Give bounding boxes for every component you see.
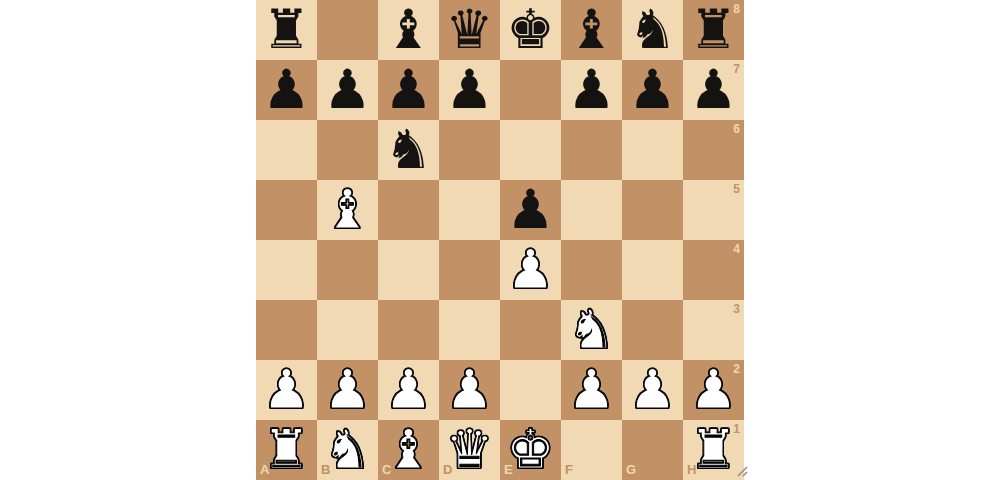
square-h8[interactable]: 8♜ xyxy=(683,0,744,60)
coord-file-f: F xyxy=(565,462,573,477)
square-f4[interactable] xyxy=(561,240,622,300)
square-d8[interactable]: ♛ xyxy=(439,0,500,60)
black-pawn[interactable]: ♟ xyxy=(256,60,317,120)
square-g8[interactable]: ♞ xyxy=(622,0,683,60)
white-pawn[interactable]: ♟ xyxy=(378,360,439,420)
square-d5[interactable] xyxy=(439,180,500,240)
white-pawn[interactable]: ♟ xyxy=(683,360,744,420)
square-e5[interactable]: ♟ xyxy=(500,180,561,240)
coord-rank-6: 6 xyxy=(733,122,740,136)
board-container: ♜♝♛♚♝♞8♜♟♟♟♟♟♟7♟♞6♝♟5♟4♞3♟♟♟♟♟♟2♟A♜B♞C♝D… xyxy=(256,0,744,480)
black-bishop[interactable]: ♝ xyxy=(378,0,439,60)
square-e3[interactable] xyxy=(500,300,561,360)
square-f3[interactable]: ♞ xyxy=(561,300,622,360)
square-f6[interactable] xyxy=(561,120,622,180)
black-pawn[interactable]: ♟ xyxy=(622,60,683,120)
square-b3[interactable] xyxy=(317,300,378,360)
white-pawn[interactable]: ♟ xyxy=(256,360,317,420)
square-f2[interactable]: ♟ xyxy=(561,360,622,420)
square-b6[interactable] xyxy=(317,120,378,180)
black-pawn[interactable]: ♟ xyxy=(561,60,622,120)
white-pawn[interactable]: ♟ xyxy=(317,360,378,420)
black-knight[interactable]: ♞ xyxy=(622,0,683,60)
black-pawn[interactable]: ♟ xyxy=(500,180,561,240)
white-pawn[interactable]: ♟ xyxy=(439,360,500,420)
coord-file-g: G xyxy=(626,462,636,477)
square-a7[interactable]: ♟ xyxy=(256,60,317,120)
square-b1[interactable]: B♞ xyxy=(317,420,378,480)
page: ♜♝♛♚♝♞8♜♟♟♟♟♟♟7♟♞6♝♟5♟4♞3♟♟♟♟♟♟2♟A♜B♞C♝D… xyxy=(0,0,1000,480)
square-h6[interactable]: 6 xyxy=(683,120,744,180)
black-rook[interactable]: ♜ xyxy=(683,0,744,60)
square-a4[interactable] xyxy=(256,240,317,300)
square-c2[interactable]: ♟ xyxy=(378,360,439,420)
white-bishop[interactable]: ♝ xyxy=(317,180,378,240)
black-king[interactable]: ♚ xyxy=(500,0,561,60)
square-e4[interactable]: ♟ xyxy=(500,240,561,300)
white-knight[interactable]: ♞ xyxy=(317,420,378,480)
square-g3[interactable] xyxy=(622,300,683,360)
white-king[interactable]: ♚ xyxy=(500,420,561,480)
square-c7[interactable]: ♟ xyxy=(378,60,439,120)
square-e7[interactable] xyxy=(500,60,561,120)
square-f8[interactable]: ♝ xyxy=(561,0,622,60)
square-a6[interactable] xyxy=(256,120,317,180)
square-a2[interactable]: ♟ xyxy=(256,360,317,420)
white-pawn[interactable]: ♟ xyxy=(500,240,561,300)
square-a5[interactable] xyxy=(256,180,317,240)
board-resize-handle[interactable] xyxy=(735,463,748,476)
square-g7[interactable]: ♟ xyxy=(622,60,683,120)
square-h2[interactable]: 2♟ xyxy=(683,360,744,420)
square-e2[interactable] xyxy=(500,360,561,420)
square-d6[interactable] xyxy=(439,120,500,180)
square-d4[interactable] xyxy=(439,240,500,300)
square-c3[interactable] xyxy=(378,300,439,360)
square-h5[interactable]: 5 xyxy=(683,180,744,240)
square-a8[interactable]: ♜ xyxy=(256,0,317,60)
square-e8[interactable]: ♚ xyxy=(500,0,561,60)
square-d7[interactable]: ♟ xyxy=(439,60,500,120)
black-queen[interactable]: ♛ xyxy=(439,0,500,60)
white-pawn[interactable]: ♟ xyxy=(622,360,683,420)
square-g5[interactable] xyxy=(622,180,683,240)
square-f1[interactable]: F xyxy=(561,420,622,480)
square-e1[interactable]: E♚ xyxy=(500,420,561,480)
black-pawn[interactable]: ♟ xyxy=(317,60,378,120)
square-d3[interactable] xyxy=(439,300,500,360)
white-pawn[interactable]: ♟ xyxy=(561,360,622,420)
square-h4[interactable]: 4 xyxy=(683,240,744,300)
square-a1[interactable]: A♜ xyxy=(256,420,317,480)
square-b4[interactable] xyxy=(317,240,378,300)
square-f5[interactable] xyxy=(561,180,622,240)
square-e6[interactable] xyxy=(500,120,561,180)
square-d1[interactable]: D♛ xyxy=(439,420,500,480)
square-c6[interactable]: ♞ xyxy=(378,120,439,180)
black-bishop[interactable]: ♝ xyxy=(561,0,622,60)
square-g2[interactable]: ♟ xyxy=(622,360,683,420)
square-b7[interactable]: ♟ xyxy=(317,60,378,120)
black-pawn[interactable]: ♟ xyxy=(378,60,439,120)
square-b8[interactable] xyxy=(317,0,378,60)
black-pawn[interactable]: ♟ xyxy=(683,60,744,120)
square-b5[interactable]: ♝ xyxy=(317,180,378,240)
square-b2[interactable]: ♟ xyxy=(317,360,378,420)
square-g6[interactable] xyxy=(622,120,683,180)
black-rook[interactable]: ♜ xyxy=(256,0,317,60)
square-c5[interactable] xyxy=(378,180,439,240)
coord-rank-3: 3 xyxy=(733,302,740,316)
square-h3[interactable]: 3 xyxy=(683,300,744,360)
white-bishop[interactable]: ♝ xyxy=(378,420,439,480)
black-pawn[interactable]: ♟ xyxy=(439,60,500,120)
chess-board: ♜♝♛♚♝♞8♜♟♟♟♟♟♟7♟♞6♝♟5♟4♞3♟♟♟♟♟♟2♟A♜B♞C♝D… xyxy=(256,0,744,480)
coord-rank-5: 5 xyxy=(733,182,740,196)
black-knight[interactable]: ♞ xyxy=(378,120,439,180)
square-f7[interactable]: ♟ xyxy=(561,60,622,120)
resize-grip-icon xyxy=(735,464,748,477)
square-h7[interactable]: 7♟ xyxy=(683,60,744,120)
square-c4[interactable] xyxy=(378,240,439,300)
square-a3[interactable] xyxy=(256,300,317,360)
square-c8[interactable]: ♝ xyxy=(378,0,439,60)
square-d2[interactable]: ♟ xyxy=(439,360,500,420)
coord-rank-4: 4 xyxy=(733,242,740,256)
white-knight[interactable]: ♞ xyxy=(561,300,622,360)
square-g1[interactable]: G xyxy=(622,420,683,480)
white-queen[interactable]: ♛ xyxy=(439,420,500,480)
square-c1[interactable]: C♝ xyxy=(378,420,439,480)
square-g4[interactable] xyxy=(622,240,683,300)
white-rook[interactable]: ♜ xyxy=(256,420,317,480)
